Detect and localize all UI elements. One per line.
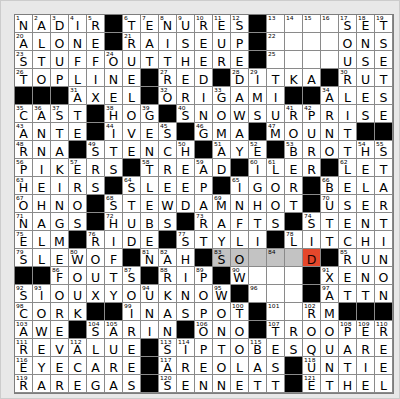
cell-r2c8[interactable]: A [141, 33, 159, 51]
cell-r10c8[interactable]: L [141, 177, 159, 195]
cell-r19c19[interactable]: A [339, 339, 357, 357]
cell-r13c3[interactable]: M [51, 231, 69, 249]
cell-r7c16[interactable]: O [285, 123, 303, 141]
cell-r2c18[interactable] [321, 33, 339, 51]
cell-r4c1[interactable]: 26T [15, 69, 33, 87]
cell-r18c21[interactable]: 110R [375, 321, 393, 339]
cell-r4c16[interactable]: K [285, 69, 303, 87]
cell-r19c11[interactable]: P [195, 339, 213, 357]
cell-r16c2[interactable]: 93I [33, 285, 51, 303]
cell-r16c5[interactable]: X [87, 285, 105, 303]
cell-r12c19[interactable]: E [339, 213, 357, 231]
cell-r4c11[interactable]: D [195, 69, 213, 87]
cell-r6c7[interactable]: O [123, 105, 141, 123]
cell-r5c21[interactable]: S [375, 87, 393, 105]
cell-r19c21[interactable]: E [375, 339, 393, 357]
cell-r20c2[interactable]: Y [33, 357, 51, 375]
cell-r1c5[interactable]: 5R [87, 15, 105, 33]
cell-r21c12[interactable]: N [213, 375, 231, 393]
cell-r1c3[interactable]: 3D [51, 15, 69, 33]
cell-r11c8[interactable]: E [141, 195, 159, 213]
cell-r19c7[interactable]: E [123, 339, 141, 357]
cell-r8c20[interactable]: 54H [357, 141, 375, 159]
cell-r21c2[interactable]: A [33, 375, 51, 393]
cell-r18c17[interactable]: O [303, 321, 321, 339]
cell-r20c10[interactable]: R [177, 357, 195, 375]
cell-r17c11[interactable]: P [195, 303, 213, 321]
cell-r3c21[interactable]: E [375, 51, 393, 69]
cell-r15c6[interactable]: T [105, 267, 123, 285]
cell-r4c9[interactable]: 27R [159, 69, 177, 87]
cell-r7c2[interactable]: N [33, 123, 51, 141]
cell-r14c2[interactable]: L [33, 249, 51, 267]
cell-r16c20[interactable]: T [357, 285, 375, 303]
cell-r4c19[interactable]: 30R [339, 69, 357, 87]
cell-r3c5[interactable]: F [87, 51, 105, 69]
cell-r12c21[interactable]: T [375, 213, 393, 231]
cell-r21c21[interactable]: L [375, 375, 393, 393]
cell-r16c8[interactable]: 94U [141, 285, 159, 303]
cell-r11c4[interactable]: O [69, 195, 87, 213]
cell-r20c5[interactable]: A [87, 357, 105, 375]
cell-r4c6[interactable]: N [105, 69, 123, 87]
cell-r19c14[interactable]: 115B [249, 339, 267, 357]
cell-r8c9[interactable]: C [159, 141, 177, 159]
cell-r19c17[interactable]: Q [303, 339, 321, 357]
cell-r3c7[interactable]: U [123, 51, 141, 69]
cell-r1c13[interactable]: 12S [231, 15, 249, 33]
cell-r7c9[interactable]: 45S [159, 123, 177, 141]
cell-r12c4[interactable]: S [69, 213, 87, 231]
cell-r19c4[interactable]: 112A [69, 339, 87, 357]
cell-r11c11[interactable]: A [195, 195, 213, 213]
cell-r16c3[interactable]: O [51, 285, 69, 303]
cell-r20c9[interactable]: 117A [159, 357, 177, 375]
cell-r18c11[interactable]: 106O [195, 321, 213, 339]
cell-r16c10[interactable]: N [177, 285, 195, 303]
cell-r9c4[interactable]: 57E [69, 159, 87, 177]
cell-r4c4[interactable]: L [69, 69, 87, 87]
cell-r3c18[interactable] [321, 51, 339, 69]
cell-r2c13[interactable]: P [231, 33, 249, 51]
cell-r21c17[interactable]: 121E [303, 375, 321, 393]
cell-r19c2[interactable]: E [33, 339, 51, 357]
cell-r20c18[interactable]: N [321, 357, 339, 375]
cell-r10c7[interactable]: 64S [123, 177, 141, 195]
cell-r18c7[interactable]: R [123, 321, 141, 339]
cell-r12c6[interactable]: 72H [105, 213, 123, 231]
cell-r16c1[interactable]: 92S [15, 285, 33, 303]
cell-r20c21[interactable]: E [375, 357, 393, 375]
cell-r10c5[interactable]: S [87, 177, 105, 195]
cell-r18c3[interactable]: E [51, 321, 69, 339]
cell-r10c14[interactable]: G [249, 177, 267, 195]
cell-r7c8[interactable]: E [141, 123, 159, 141]
cell-r21c18[interactable]: T [321, 375, 339, 393]
cell-r8c3[interactable]: A [51, 141, 69, 159]
cell-r9c15[interactable]: 61L [267, 159, 285, 177]
cell-r8c6[interactable]: T [105, 141, 123, 159]
cell-r1c8[interactable]: 7E [141, 15, 159, 33]
cell-r2c3[interactable]: O [51, 33, 69, 51]
cell-r14c12[interactable]: 83S [213, 249, 231, 267]
cell-r6c16[interactable]: 41R [285, 105, 303, 123]
cell-r6c19[interactable]: I [339, 105, 357, 123]
cell-r4c15[interactable]: T [267, 69, 285, 87]
cell-r14c13[interactable]: O [231, 249, 249, 267]
cell-r6c21[interactable]: E [375, 105, 393, 123]
cell-r20c3[interactable]: E [51, 357, 69, 375]
cell-r10c11[interactable]: P [195, 177, 213, 195]
cell-r11c7[interactable]: T [123, 195, 141, 213]
cell-r13c20[interactable]: H [357, 231, 375, 249]
cell-r16c15[interactable] [267, 285, 285, 303]
cell-r12c14[interactable]: T [249, 213, 267, 231]
cell-r21c14[interactable]: T [249, 375, 267, 393]
cell-r5c4[interactable]: 31A [69, 87, 87, 105]
cell-r15c7[interactable]: 87S [123, 267, 141, 285]
cell-r9c21[interactable]: T [375, 159, 393, 177]
cell-r2c7[interactable]: 21R [123, 33, 141, 51]
cell-r1c21[interactable]: 19T [375, 15, 393, 33]
cell-r12c9[interactable]: S [159, 213, 177, 231]
cell-r6c3[interactable]: 37S [51, 105, 69, 123]
cell-r6c6[interactable]: 38H [105, 105, 123, 123]
cell-r10c3[interactable]: I [51, 177, 69, 195]
cell-r1c2[interactable]: 2A [33, 15, 51, 33]
cell-r15c20[interactable]: N [357, 267, 375, 285]
cell-r14c9[interactable]: 82A [159, 249, 177, 267]
cell-r10c19[interactable]: E [339, 177, 357, 195]
cell-r2c4[interactable]: N [69, 33, 87, 51]
cell-r6c4[interactable]: T [69, 105, 87, 123]
cell-r7c4[interactable]: E [69, 123, 87, 141]
cell-r8c19[interactable]: T [339, 141, 357, 159]
cell-r2c19[interactable]: O [339, 33, 357, 51]
cell-r7c3[interactable]: T [51, 123, 69, 141]
cell-r1c16[interactable]: 14 [285, 15, 303, 33]
cell-r16c6[interactable]: Y [105, 285, 123, 303]
cell-r20c19[interactable]: T [339, 357, 357, 375]
cell-r11c20[interactable]: E [357, 195, 375, 213]
cell-r10c21[interactable]: A [375, 177, 393, 195]
cell-r14c19[interactable]: 85R [339, 249, 357, 267]
cell-r7c18[interactable]: N [321, 123, 339, 141]
cell-r15c3[interactable]: 86F [51, 267, 69, 285]
cell-r20c13[interactable]: L [231, 357, 249, 375]
cell-r3c12[interactable]: R [213, 51, 231, 69]
cell-r1c9[interactable]: 8N [159, 15, 177, 33]
cell-r17c10[interactable]: S [177, 303, 195, 321]
cell-r12c7[interactable]: U [123, 213, 141, 231]
cell-r9c1[interactable]: 56P [15, 159, 33, 177]
cell-r19c10[interactable]: 114I [177, 339, 195, 357]
cell-r3c3[interactable]: U [51, 51, 69, 69]
cell-r2c10[interactable]: S [177, 33, 195, 51]
cell-r12c15[interactable]: S [267, 213, 285, 231]
cell-r10c20[interactable]: L [357, 177, 375, 195]
cell-r2c15[interactable]: 22 [267, 33, 285, 51]
cell-r6c8[interactable]: 39G [141, 105, 159, 123]
cell-r5c9[interactable]: 32O [159, 87, 177, 105]
cell-r5c13[interactable]: A [231, 87, 249, 105]
cell-r19c9[interactable]: 113S [159, 339, 177, 357]
cell-r14c1[interactable]: 79S [15, 249, 33, 267]
cell-r5c10[interactable]: R [177, 87, 195, 105]
cell-r8c14[interactable]: 52E [249, 141, 267, 159]
cell-r13c21[interactable]: I [375, 231, 393, 249]
cell-r9c5[interactable]: R [87, 159, 105, 177]
cell-r8c5[interactable]: 49S [87, 141, 105, 159]
cell-r2c2[interactable]: L [33, 33, 51, 51]
cell-r6c12[interactable]: O [213, 105, 231, 123]
cell-r17c15[interactable]: 101 [267, 303, 285, 321]
cell-r15c11[interactable]: 89P [195, 267, 213, 285]
cell-r4c13[interactable]: 28D [231, 69, 249, 87]
cell-r3c20[interactable]: S [357, 51, 375, 69]
cell-r16c7[interactable]: O [123, 285, 141, 303]
cell-r6c2[interactable]: 36A [33, 105, 51, 123]
cell-r18c6[interactable]: 105A [105, 321, 123, 339]
cell-r13c8[interactable]: E [141, 231, 159, 249]
cell-r13c19[interactable]: C [339, 231, 357, 249]
cell-r3c13[interactable]: E [231, 51, 249, 69]
cell-r14c4[interactable]: 80W [69, 249, 87, 267]
cell-r11c18[interactable]: 70U [321, 195, 339, 213]
cell-r1c11[interactable]: 10R [195, 15, 213, 33]
cell-r4c7[interactable]: E [123, 69, 141, 87]
cell-r20c14[interactable]: A [249, 357, 267, 375]
cell-r13c6[interactable]: I [105, 231, 123, 249]
cell-r19c13[interactable]: O [231, 339, 249, 357]
cell-r15c14[interactable] [249, 267, 267, 285]
cell-r1c4[interactable]: 4I [69, 15, 87, 33]
cell-r21c10[interactable]: E [177, 375, 195, 393]
cell-r9c14[interactable]: 60I [249, 159, 267, 177]
cell-r6c11[interactable]: N [195, 105, 213, 123]
cell-r4c5[interactable]: I [87, 69, 105, 87]
cell-r10c4[interactable]: R [69, 177, 87, 195]
cell-r21c4[interactable]: E [69, 375, 87, 393]
cell-r17c17[interactable]: 102R [303, 303, 321, 321]
cell-r1c18[interactable]: 16 [321, 15, 339, 33]
cell-r11c3[interactable]: N [51, 195, 69, 213]
cell-r19c12[interactable]: T [213, 339, 231, 357]
cell-r10c10[interactable]: E [177, 177, 195, 195]
cell-r12c1[interactable]: 71N [15, 213, 33, 231]
cell-r17c3[interactable]: R [51, 303, 69, 321]
cell-r9c11[interactable]: 59A [195, 159, 213, 177]
cell-r17c2[interactable]: O [33, 303, 51, 321]
cell-r20c20[interactable]: I [357, 357, 375, 375]
cell-r13c16[interactable]: 78L [285, 231, 303, 249]
cell-r11c10[interactable]: D [177, 195, 195, 213]
cell-r8c8[interactable]: N [141, 141, 159, 159]
cell-r21c11[interactable]: N [195, 375, 213, 393]
cell-r9c16[interactable]: E [285, 159, 303, 177]
cell-r21c6[interactable]: A [105, 375, 123, 393]
cell-r19c1[interactable]: 111R [15, 339, 33, 357]
cell-r10c16[interactable]: R [285, 177, 303, 195]
cell-r1c12[interactable]: 11E [213, 15, 231, 33]
cell-r15c13[interactable]: 90W [231, 267, 249, 285]
cell-r11c1[interactable]: 67O [15, 195, 33, 213]
cell-r13c11[interactable]: T [195, 231, 213, 249]
cell-r17c4[interactable]: K [69, 303, 87, 321]
cell-r18c1[interactable]: 103A [15, 321, 33, 339]
cell-r18c13[interactable]: O [231, 321, 249, 339]
cell-r17c12[interactable]: O [213, 303, 231, 321]
cell-r9c20[interactable]: E [357, 159, 375, 177]
cell-r1c7[interactable]: 6T [123, 15, 141, 33]
cell-r19c20[interactable]: R [357, 339, 375, 357]
cell-r4c3[interactable]: P [51, 69, 69, 87]
cell-r5c7[interactable]: L [123, 87, 141, 105]
cell-r20c11[interactable]: E [195, 357, 213, 375]
cell-r20c17[interactable]: 118U [303, 357, 321, 375]
cell-r14c6[interactable]: F [105, 249, 123, 267]
cell-r1c19[interactable]: 17S [339, 15, 357, 33]
cell-r9c8[interactable]: 58T [141, 159, 159, 177]
cell-r5c6[interactable]: E [105, 87, 123, 105]
cell-r10c15[interactable]: O [267, 177, 285, 195]
cell-r15c10[interactable]: I [177, 267, 195, 285]
cell-r15c21[interactable]: O [375, 267, 393, 285]
cell-r11c15[interactable]: O [267, 195, 285, 213]
cell-r15c4[interactable]: O [69, 267, 87, 285]
cell-r12c18[interactable]: T [321, 213, 339, 231]
cell-r18c18[interactable]: O [321, 321, 339, 339]
cell-r7c15[interactable]: 47M [267, 123, 285, 141]
cell-r3c9[interactable]: T [159, 51, 177, 69]
cell-r16c21[interactable]: N [375, 285, 393, 303]
cell-r14c16[interactable] [285, 249, 303, 267]
cell-r12c11[interactable]: 73R [195, 213, 213, 231]
cell-r10c18[interactable]: 66B [321, 177, 339, 195]
cell-r15c16[interactable] [285, 267, 303, 285]
cell-r17c7[interactable]: 99I [123, 303, 141, 321]
cell-r18c20[interactable]: 109E [357, 321, 375, 339]
cell-r18c5[interactable]: 104S [87, 321, 105, 339]
cell-r2c11[interactable]: E [195, 33, 213, 51]
cell-r4c17[interactable]: A [303, 69, 321, 87]
cell-r12c13[interactable]: F [231, 213, 249, 231]
cell-r5c11[interactable]: I [195, 87, 213, 105]
cell-r17c8[interactable]: N [141, 303, 159, 321]
cell-r9c10[interactable]: E [177, 159, 195, 177]
cell-r21c20[interactable]: E [357, 375, 375, 393]
cell-r16c9[interactable]: K [159, 285, 177, 303]
cell-r4c20[interactable]: U [357, 69, 375, 87]
cell-r11c21[interactable]: R [375, 195, 393, 213]
cell-r12c2[interactable]: A [33, 213, 51, 231]
cell-r5c15[interactable]: I [267, 87, 285, 105]
cell-r7c13[interactable]: A [231, 123, 249, 141]
cell-r9c3[interactable]: K [51, 159, 69, 177]
cell-r3c8[interactable]: T [141, 51, 159, 69]
cell-r4c14[interactable]: 29I [249, 69, 267, 87]
cell-r13c2[interactable]: L [33, 231, 51, 249]
cell-r18c16[interactable]: R [285, 321, 303, 339]
cell-r5c12[interactable]: 33G [213, 87, 231, 105]
cell-r12c3[interactable]: G [51, 213, 69, 231]
cell-r7c17[interactable]: U [303, 123, 321, 141]
cell-r6c1[interactable]: 35C [15, 105, 33, 123]
cell-r9c19[interactable]: 62L [339, 159, 357, 177]
cell-r13c1[interactable]: 75E [15, 231, 33, 249]
cell-r11c13[interactable]: N [231, 195, 249, 213]
cell-r14c5[interactable]: O [87, 249, 105, 267]
cell-r3c16[interactable] [285, 51, 303, 69]
cell-r16c18[interactable]: 97A [321, 285, 339, 303]
cell-r18c9[interactable]: N [159, 321, 177, 339]
cell-r5c5[interactable]: X [87, 87, 105, 105]
cell-r8c2[interactable]: N [33, 141, 51, 159]
cell-r4c10[interactable]: E [177, 69, 195, 87]
cell-r3c10[interactable]: H [177, 51, 195, 69]
cell-r11c12[interactable]: 69M [213, 195, 231, 213]
cell-r19c6[interactable]: U [105, 339, 123, 357]
cell-r16c16[interactable] [285, 285, 303, 303]
cell-r2c9[interactable]: I [159, 33, 177, 51]
cell-r8c21[interactable]: 55S [375, 141, 393, 159]
cell-r3c6[interactable]: 24O [105, 51, 123, 69]
cell-r11c14[interactable]: H [249, 195, 267, 213]
cell-r21c19[interactable]: H [339, 375, 357, 393]
cell-r21c3[interactable]: R [51, 375, 69, 393]
cell-r19c15[interactable]: E [267, 339, 285, 357]
cell-r16c4[interactable]: U [69, 285, 87, 303]
cell-r11c9[interactable]: W [159, 195, 177, 213]
cell-r18c12[interactable]: N [213, 321, 231, 339]
cell-r8c1[interactable]: 48R [15, 141, 33, 159]
cell-r17c1[interactable]: 98C [15, 303, 33, 321]
cell-r6c15[interactable]: U [267, 105, 285, 123]
cell-r12c20[interactable]: N [357, 213, 375, 231]
cell-r12c17[interactable]: 74S [303, 213, 321, 231]
cell-r11c2[interactable]: H [33, 195, 51, 213]
cell-r7c7[interactable]: V [123, 123, 141, 141]
cell-r6c14[interactable]: S [249, 105, 267, 123]
cell-r17c18[interactable]: M [321, 303, 339, 321]
cell-r21c9[interactable]: 120S [159, 375, 177, 393]
cell-r7c1[interactable]: 43A [15, 123, 33, 141]
cell-r3c15[interactable]: 25 [267, 51, 285, 69]
cell-r1c10[interactable]: 9U [177, 15, 195, 33]
cell-r3c11[interactable]: E [195, 51, 213, 69]
cell-r6c20[interactable]: S [357, 105, 375, 123]
cell-r20c12[interactable]: O [213, 357, 231, 375]
cell-r8c17[interactable]: R [303, 141, 321, 159]
cell-r18c19[interactable]: 108P [339, 321, 357, 339]
cell-r19c16[interactable]: S [285, 339, 303, 357]
cell-r9c12[interactable]: D [213, 159, 231, 177]
cell-r2c1[interactable]: 20A [15, 33, 33, 51]
cell-r1c17[interactable]: 15 [303, 15, 321, 33]
cell-r3c1[interactable]: 23S [15, 51, 33, 69]
cell-r3c2[interactable]: T [33, 51, 51, 69]
cell-r14c17[interactable]: D [303, 249, 321, 267]
cell-r11c6[interactable]: 68S [105, 195, 123, 213]
cell-r5c19[interactable]: L [339, 87, 357, 105]
cell-r6c18[interactable]: R [321, 105, 339, 123]
cell-r2c21[interactable]: S [375, 33, 393, 51]
cell-r6c13[interactable]: W [231, 105, 249, 123]
cell-r2c20[interactable]: N [357, 33, 375, 51]
cell-r8c7[interactable]: E [123, 141, 141, 159]
cell-r8c12[interactable]: 51A [213, 141, 231, 159]
cell-r15c18[interactable]: 91X [321, 267, 339, 285]
